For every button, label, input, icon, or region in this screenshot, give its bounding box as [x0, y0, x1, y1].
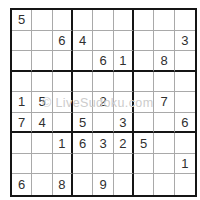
cell-r4c1[interactable] — [12, 72, 32, 93]
cell-r5c1[interactable]: 1 — [12, 92, 32, 113]
cell-r2c9[interactable]: 3 — [175, 31, 195, 52]
cell-r2c2[interactable] — [32, 31, 52, 52]
cell-r7c7[interactable]: 5 — [134, 133, 154, 154]
cell-r3c1[interactable] — [12, 51, 32, 72]
cell-r6c8[interactable] — [154, 113, 174, 134]
cell-r1c5[interactable] — [93, 10, 113, 31]
cell-r2c6[interactable] — [114, 31, 134, 52]
cell-r4c4[interactable] — [73, 72, 93, 93]
cell-r7c5[interactable]: 3 — [93, 133, 113, 154]
cell-r1c4[interactable] — [73, 10, 93, 31]
cell-r9c2[interactable] — [32, 174, 52, 195]
cell-r7c4[interactable]: 6 — [73, 133, 93, 154]
cell-r1c2[interactable] — [32, 10, 52, 31]
cell-r5c7[interactable] — [134, 92, 154, 113]
cell-r5c3[interactable] — [53, 92, 73, 113]
cell-r9c9[interactable] — [175, 174, 195, 195]
cell-r3c6[interactable]: 1 — [114, 51, 134, 72]
cell-r2c5[interactable] — [93, 31, 113, 52]
sudoku-board: 5643618152774536163251689 — [10, 8, 197, 197]
cell-r4c9[interactable] — [175, 72, 195, 93]
cell-r6c1[interactable]: 7 — [12, 113, 32, 134]
cell-r8c7[interactable] — [134, 154, 154, 175]
cell-r3c4[interactable] — [73, 51, 93, 72]
cell-r7c6[interactable]: 2 — [114, 133, 134, 154]
cell-r5c9[interactable] — [175, 92, 195, 113]
cell-r3c7[interactable] — [134, 51, 154, 72]
cell-r3c8[interactable]: 8 — [154, 51, 174, 72]
cell-r8c9[interactable]: 1 — [175, 154, 195, 175]
cell-r5c6[interactable] — [114, 92, 134, 113]
cell-r1c6[interactable] — [114, 10, 134, 31]
cell-r5c2[interactable]: 5 — [32, 92, 52, 113]
cell-r2c1[interactable] — [12, 31, 32, 52]
cell-r9c6[interactable] — [114, 174, 134, 195]
cell-r6c2[interactable]: 4 — [32, 113, 52, 134]
cell-r3c3[interactable] — [53, 51, 73, 72]
cell-r2c3[interactable]: 6 — [53, 31, 73, 52]
cell-r4c5[interactable] — [93, 72, 113, 93]
cell-r8c4[interactable] — [73, 154, 93, 175]
cell-r1c9[interactable] — [175, 10, 195, 31]
cell-r7c8[interactable] — [154, 133, 174, 154]
cell-r5c8[interactable]: 7 — [154, 92, 174, 113]
cell-r7c9[interactable] — [175, 133, 195, 154]
cell-r5c5[interactable]: 2 — [93, 92, 113, 113]
cell-r6c3[interactable] — [53, 113, 73, 134]
cell-r9c7[interactable] — [134, 174, 154, 195]
cell-r5c4[interactable] — [73, 92, 93, 113]
cell-r8c8[interactable] — [154, 154, 174, 175]
cell-r7c1[interactable] — [12, 133, 32, 154]
cell-r7c3[interactable]: 1 — [53, 133, 73, 154]
cell-r9c3[interactable]: 8 — [53, 174, 73, 195]
cell-r8c5[interactable] — [93, 154, 113, 175]
cell-r6c4[interactable]: 5 — [73, 113, 93, 134]
cell-r2c7[interactable] — [134, 31, 154, 52]
cell-r9c8[interactable] — [154, 174, 174, 195]
cell-r4c7[interactable] — [134, 72, 154, 93]
cell-r9c5[interactable]: 9 — [93, 174, 113, 195]
cell-r9c4[interactable] — [73, 174, 93, 195]
cell-r4c2[interactable] — [32, 72, 52, 93]
cell-r6c7[interactable] — [134, 113, 154, 134]
cell-r1c7[interactable] — [134, 10, 154, 31]
cell-r9c1[interactable]: 6 — [12, 174, 32, 195]
cell-r8c3[interactable] — [53, 154, 73, 175]
cell-r1c3[interactable] — [53, 10, 73, 31]
cell-r6c6[interactable]: 3 — [114, 113, 134, 134]
cell-r1c8[interactable] — [154, 10, 174, 31]
cell-r2c4[interactable]: 4 — [73, 31, 93, 52]
cell-r6c5[interactable] — [93, 113, 113, 134]
cell-r4c3[interactable] — [53, 72, 73, 93]
cell-r8c6[interactable] — [114, 154, 134, 175]
cell-r4c6[interactable] — [114, 72, 134, 93]
cell-r7c2[interactable] — [32, 133, 52, 154]
cell-r6c9[interactable]: 6 — [175, 113, 195, 134]
cell-r2c8[interactable] — [154, 31, 174, 52]
cell-r8c1[interactable] — [12, 154, 32, 175]
cell-r8c2[interactable] — [32, 154, 52, 175]
cell-r3c9[interactable] — [175, 51, 195, 72]
cell-r1c1[interactable]: 5 — [12, 10, 32, 31]
cell-r3c2[interactable] — [32, 51, 52, 72]
cell-r3c5[interactable]: 6 — [93, 51, 113, 72]
cell-r4c8[interactable] — [154, 72, 174, 93]
